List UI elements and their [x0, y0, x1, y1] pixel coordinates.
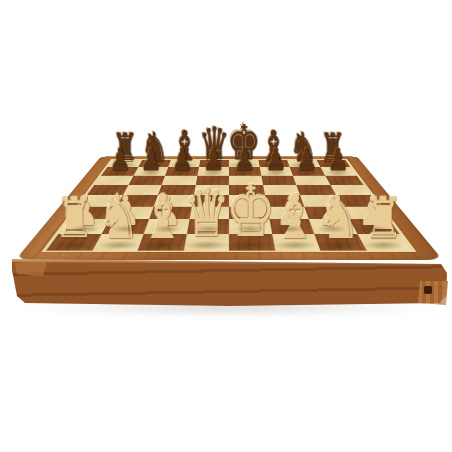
piece-white-rook-a1[interactable]: ♜ [55, 191, 94, 247]
piece-shadow [140, 241, 186, 250]
piece-shadow [319, 162, 347, 168]
chess-set-photo: ♜♞♝♛♚♝♞♜♟♟♟♟♟♟♟♟♟♟♟♟♟♟♟♟♜♞♝♛♚♝♞♜ [0, 0, 452, 452]
piece-white-rook-h1[interactable]: ♜ [364, 191, 403, 247]
piece-white-bishop-f1[interactable]: ♝ [274, 185, 317, 247]
piece-shadow [233, 170, 256, 176]
piece-shadow [272, 241, 318, 250]
piece-shadow [258, 162, 289, 168]
piece-shadow [327, 170, 350, 176]
piece-white-king-e1[interactable]: ♚ [226, 176, 276, 247]
piece-shadow [109, 170, 132, 176]
piece-white-queen-d1[interactable]: ♛ [184, 180, 231, 247]
piece-shadow [226, 162, 262, 168]
piece-shadow [363, 241, 404, 250]
piece-white-bishop-c1[interactable]: ♝ [141, 185, 184, 247]
piece-white-knight-b1[interactable]: ♞ [98, 186, 140, 246]
piece-shadow [96, 241, 141, 250]
piece-shadow [288, 162, 318, 168]
piece-shadow [317, 241, 362, 250]
piece-shadow [202, 170, 225, 176]
piece-shadow [171, 170, 194, 176]
piece-shadow [140, 162, 170, 168]
piece-shadow [225, 241, 278, 250]
piece-shadow [111, 162, 139, 168]
piece-shadow [169, 162, 200, 168]
piece-white-knight-g1[interactable]: ♞ [318, 186, 360, 246]
piece-shadow [140, 170, 163, 176]
piece-shadow [264, 170, 287, 176]
piece-shadow [54, 241, 95, 250]
pieces-layer: ♜♞♝♛♚♝♞♜♟♟♟♟♟♟♟♟♟♟♟♟♟♟♟♟♜♞♝♛♚♝♞♜ [0, 0, 452, 452]
piece-shadow [295, 170, 318, 176]
